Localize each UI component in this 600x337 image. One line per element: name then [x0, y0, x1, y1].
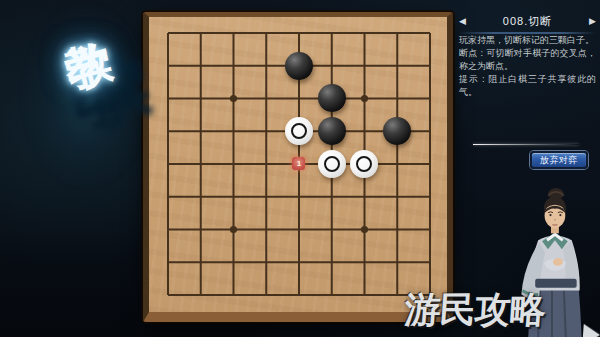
lesson-nav: ◀ 008.切断 ▶ — [459, 13, 596, 29]
go-board[interactable]: 1 — [143, 12, 453, 322]
tutorial-panel: ◀ 008.切断 ▶ 玩家持黑，切断标记的三颗白子。 断点：可切断对手棋子的交叉… — [459, 13, 596, 183]
lesson-title: 008.切断 — [503, 14, 552, 29]
stone-black — [383, 117, 411, 145]
next-lesson-icon[interactable]: ▶ — [589, 13, 596, 29]
stone-white-marked — [318, 150, 346, 178]
tutorial-calligraphy: 教学 教学 — [18, 0, 148, 200]
forfeit-game-button[interactable]: 放弃对弈 — [530, 151, 588, 169]
go-board-grid[interactable]: 1 — [152, 17, 447, 312]
stone-black — [285, 52, 313, 80]
circle-marker-icon — [356, 156, 372, 172]
stone-black — [318, 84, 346, 112]
lesson-note-hint: 提示：阻止白棋三子共享彼此的气。 — [459, 73, 596, 99]
stone-white-marked — [350, 150, 378, 178]
stone-white-marked — [285, 117, 313, 145]
circle-marker-icon — [324, 156, 340, 172]
lesson-objective: 玩家持黑，切断标记的三颗白子。 — [459, 34, 596, 47]
board-face[interactable]: 1 — [149, 17, 447, 312]
lesson-note-breakpoint: 断点：可切断对手棋子的交叉点，称之为断点。 — [459, 47, 596, 73]
watermark: 游民攻略组 — [400, 286, 600, 337]
panel-divider — [473, 144, 579, 145]
hint-move-marker[interactable]: 1 — [292, 157, 305, 170]
watermark-text: 游民攻略组 — [400, 286, 581, 337]
circle-marker-icon — [291, 123, 307, 139]
calligraphy-background-strokes: 教学 — [6, 0, 171, 206]
watermark-play-icon — [582, 324, 600, 337]
stone-black — [318, 117, 346, 145]
prev-lesson-icon[interactable]: ◀ — [459, 13, 466, 29]
